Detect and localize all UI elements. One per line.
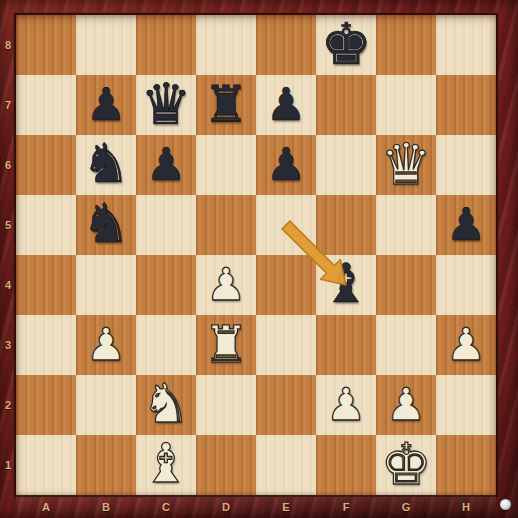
file-label-g: G: [376, 495, 436, 518]
square-d7[interactable]: ♜: [196, 75, 256, 135]
square-b3[interactable]: ♟: [76, 315, 136, 375]
square-d6[interactable]: [196, 135, 256, 195]
square-d1[interactable]: [196, 435, 256, 495]
square-b5[interactable]: ♞: [76, 195, 136, 255]
square-h7[interactable]: [436, 75, 496, 135]
square-b7[interactable]: ♟: [76, 75, 136, 135]
square-c3[interactable]: [136, 315, 196, 375]
square-b1[interactable]: [76, 435, 136, 495]
chess-board-frame: 8 7 6 5 4 3 2 1 ♚♟♛♜♟♞♟♟♛♞♟♟♝♟♜♟♞♟♟♝♚ A …: [0, 0, 518, 518]
file-label-f: F: [316, 495, 376, 518]
white-bishop-c1[interactable]: ♝: [142, 437, 190, 491]
file-label-d: D: [196, 495, 256, 518]
square-f5[interactable]: [316, 195, 376, 255]
chess-board[interactable]: ♚♟♛♜♟♞♟♟♛♞♟♟♝♟♜♟♞♟♟♝♚: [16, 15, 496, 495]
square-d3[interactable]: ♜: [196, 315, 256, 375]
square-e8[interactable]: [256, 15, 316, 75]
rank-label-8: 8: [0, 15, 16, 75]
black-pawn-h5[interactable]: ♟: [446, 202, 486, 247]
white-queen-g6[interactable]: ♛: [380, 136, 431, 193]
file-label-a: A: [16, 495, 76, 518]
square-a1[interactable]: [16, 435, 76, 495]
square-g1[interactable]: ♚: [376, 435, 436, 495]
file-label-c: C: [136, 495, 196, 518]
square-f6[interactable]: [316, 135, 376, 195]
square-a8[interactable]: [16, 15, 76, 75]
square-e5[interactable]: [256, 195, 316, 255]
white-king-g1[interactable]: ♚: [380, 436, 431, 493]
square-a2[interactable]: [16, 375, 76, 435]
white-knight-c2[interactable]: ♞: [142, 377, 190, 431]
square-a6[interactable]: [16, 135, 76, 195]
square-f4[interactable]: ♝: [316, 255, 376, 315]
square-f1[interactable]: [316, 435, 376, 495]
square-a5[interactable]: [16, 195, 76, 255]
square-d8[interactable]: [196, 15, 256, 75]
square-b4[interactable]: [76, 255, 136, 315]
rank-label-2: 2: [0, 375, 16, 435]
square-d4[interactable]: ♟: [196, 255, 256, 315]
white-pawn-h3[interactable]: ♟: [446, 322, 486, 367]
square-g2[interactable]: ♟: [376, 375, 436, 435]
black-bishop-f4[interactable]: ♝: [322, 257, 370, 311]
rank-label-6: 6: [0, 135, 16, 195]
square-e3[interactable]: [256, 315, 316, 375]
square-f8[interactable]: ♚: [316, 15, 376, 75]
square-g5[interactable]: [376, 195, 436, 255]
square-d2[interactable]: [196, 375, 256, 435]
square-b8[interactable]: [76, 15, 136, 75]
white-pawn-g2[interactable]: ♟: [386, 382, 426, 427]
white-rook-d3[interactable]: ♜: [203, 319, 249, 370]
square-c7[interactable]: ♛: [136, 75, 196, 135]
black-knight-b6[interactable]: ♞: [82, 137, 130, 191]
square-c2[interactable]: ♞: [136, 375, 196, 435]
square-c1[interactable]: ♝: [136, 435, 196, 495]
file-labels: A B C D E F G H: [16, 495, 496, 518]
square-g7[interactable]: [376, 75, 436, 135]
square-d5[interactable]: [196, 195, 256, 255]
rank-label-5: 5: [0, 195, 16, 255]
square-e2[interactable]: [256, 375, 316, 435]
square-e6[interactable]: ♟: [256, 135, 316, 195]
square-a7[interactable]: [16, 75, 76, 135]
rank-label-4: 4: [0, 255, 16, 315]
square-h5[interactable]: ♟: [436, 195, 496, 255]
file-label-e: E: [256, 495, 316, 518]
square-a4[interactable]: [16, 255, 76, 315]
black-knight-b5[interactable]: ♞: [82, 197, 130, 251]
square-h3[interactable]: ♟: [436, 315, 496, 375]
black-pawn-c6[interactable]: ♟: [146, 142, 186, 187]
rank-label-3: 3: [0, 315, 16, 375]
square-e7[interactable]: ♟: [256, 75, 316, 135]
black-king-f8[interactable]: ♚: [320, 16, 371, 73]
square-h8[interactable]: [436, 15, 496, 75]
file-label-h: H: [436, 495, 496, 518]
rank-label-1: 1: [0, 435, 16, 495]
rank-labels: 8 7 6 5 4 3 2 1: [0, 15, 16, 495]
square-g3[interactable]: [376, 315, 436, 375]
square-f7[interactable]: [316, 75, 376, 135]
square-e4[interactable]: [256, 255, 316, 315]
square-b6[interactable]: ♞: [76, 135, 136, 195]
black-pawn-e7[interactable]: ♟: [266, 82, 306, 127]
square-c8[interactable]: [136, 15, 196, 75]
square-a3[interactable]: [16, 315, 76, 375]
square-c4[interactable]: [136, 255, 196, 315]
rank-label-7: 7: [0, 75, 16, 135]
black-pawn-b7[interactable]: ♟: [86, 82, 126, 127]
square-c5[interactable]: [136, 195, 196, 255]
white-pawn-b3[interactable]: ♟: [86, 322, 126, 367]
square-f2[interactable]: ♟: [316, 375, 376, 435]
black-queen-c7[interactable]: ♛: [140, 76, 191, 133]
square-g4[interactable]: [376, 255, 436, 315]
white-pawn-d4[interactable]: ♟: [206, 262, 246, 307]
black-rook-d7[interactable]: ♜: [203, 79, 249, 130]
white-pawn-f2[interactable]: ♟: [326, 382, 366, 427]
white-to-move-indicator: [500, 499, 511, 510]
square-f3[interactable]: [316, 315, 376, 375]
file-label-b: B: [76, 495, 136, 518]
square-g6[interactable]: ♛: [376, 135, 436, 195]
square-h4[interactable]: [436, 255, 496, 315]
square-h1[interactable]: [436, 435, 496, 495]
square-h6[interactable]: [436, 135, 496, 195]
square-g8[interactable]: [376, 15, 436, 75]
black-pawn-e6[interactable]: ♟: [266, 142, 306, 187]
square-e1[interactable]: [256, 435, 316, 495]
square-c6[interactable]: ♟: [136, 135, 196, 195]
square-h2[interactable]: [436, 375, 496, 435]
square-b2[interactable]: [76, 375, 136, 435]
